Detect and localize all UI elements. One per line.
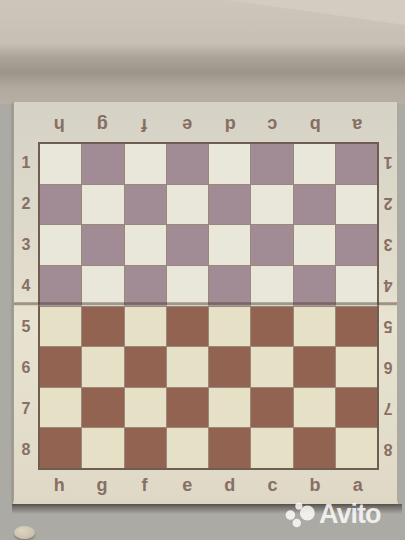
square-c4[interactable] [251, 266, 292, 306]
rank-label-right-3: 3 [379, 224, 397, 265]
square-d5[interactable] [209, 307, 250, 347]
square-b5[interactable] [294, 307, 335, 347]
square-h2[interactable] [40, 185, 81, 225]
square-h6[interactable] [40, 347, 81, 387]
file-label-top-h: h [38, 114, 81, 135]
rank-label-right-4: 4 [379, 265, 397, 306]
rank-label-left-8: 8 [14, 429, 38, 470]
square-c8[interactable] [251, 428, 292, 468]
file-label-bottom-g: g [81, 475, 124, 496]
rank-label-right-6: 6 [379, 347, 397, 388]
square-g1[interactable] [82, 144, 123, 184]
square-a3[interactable] [336, 225, 377, 265]
square-d4[interactable] [209, 266, 250, 306]
square-d8[interactable] [209, 428, 250, 468]
square-c6[interactable] [251, 347, 292, 387]
square-d6[interactable] [209, 347, 250, 387]
file-label-top-d: d [209, 114, 252, 135]
file-label-bottom-a: a [336, 475, 379, 496]
file-label-top-e: e [166, 114, 209, 135]
rank-label-right-5: 5 [379, 306, 397, 347]
square-f8[interactable] [125, 428, 166, 468]
photo-scene: hgfedcba 12345678 12345678 hgfedcba Avit… [0, 0, 405, 540]
file-label-bottom-f: f [123, 475, 166, 496]
file-label-top-f: f [123, 114, 166, 135]
rank-label-right-1: 1 [379, 142, 397, 183]
square-b6[interactable] [294, 347, 335, 387]
square-b8[interactable] [294, 428, 335, 468]
square-c5[interactable] [251, 307, 292, 347]
square-e1[interactable] [167, 144, 208, 184]
square-d3[interactable] [209, 225, 250, 265]
square-f2[interactable] [125, 185, 166, 225]
cardboard-flap [0, 0, 405, 104]
file-label-bottom-c: c [251, 475, 294, 496]
square-f6[interactable] [125, 347, 166, 387]
square-d2[interactable] [209, 185, 250, 225]
square-f5[interactable] [125, 307, 166, 347]
square-e6[interactable] [167, 347, 208, 387]
board-grid [38, 142, 379, 470]
square-g7[interactable] [82, 388, 123, 428]
square-h3[interactable] [40, 225, 81, 265]
rank-label-right-7: 7 [379, 388, 397, 429]
square-g4[interactable] [82, 266, 123, 306]
pebble [14, 526, 35, 539]
square-a2[interactable] [336, 185, 377, 225]
square-g3[interactable] [82, 225, 123, 265]
square-f3[interactable] [125, 225, 166, 265]
square-e3[interactable] [167, 225, 208, 265]
square-h5[interactable] [40, 307, 81, 347]
square-e2[interactable] [167, 185, 208, 225]
file-labels-bottom: hgfedcba [38, 470, 379, 500]
file-labels-top: hgfedcba [38, 109, 379, 139]
square-a5[interactable] [336, 307, 377, 347]
cardboard-box [0, 0, 405, 104]
rank-labels-left: 12345678 [14, 142, 38, 470]
rank-label-left-2: 2 [14, 183, 38, 224]
square-f7[interactable] [125, 388, 166, 428]
square-g2[interactable] [82, 185, 123, 225]
file-label-top-c: c [251, 114, 294, 135]
file-label-top-a: a [336, 114, 379, 135]
square-h4[interactable] [40, 266, 81, 306]
square-a7[interactable] [336, 388, 377, 428]
chess-board: hgfedcba 12345678 12345678 hgfedcba [13, 102, 398, 504]
square-a8[interactable] [336, 428, 377, 468]
board-shadow [12, 504, 402, 514]
square-c2[interactable] [251, 185, 292, 225]
file-label-bottom-d: d [209, 475, 252, 496]
file-label-top-b: b [294, 114, 337, 135]
square-g8[interactable] [82, 428, 123, 468]
square-c3[interactable] [251, 225, 292, 265]
square-g6[interactable] [82, 347, 123, 387]
rank-label-right-8: 8 [379, 429, 397, 470]
rank-label-left-7: 7 [14, 388, 38, 429]
square-e7[interactable] [167, 388, 208, 428]
rank-label-left-6: 6 [14, 347, 38, 388]
file-label-bottom-b: b [294, 475, 337, 496]
square-b1[interactable] [294, 144, 335, 184]
square-a1[interactable] [336, 144, 377, 184]
square-c7[interactable] [251, 388, 292, 428]
square-a6[interactable] [336, 347, 377, 387]
square-d1[interactable] [209, 144, 250, 184]
square-e5[interactable] [167, 307, 208, 347]
square-c1[interactable] [251, 144, 292, 184]
square-h7[interactable] [40, 388, 81, 428]
square-a4[interactable] [336, 266, 377, 306]
square-f1[interactable] [125, 144, 166, 184]
rank-label-left-1: 1 [14, 142, 38, 183]
square-h8[interactable] [40, 428, 81, 468]
square-b7[interactable] [294, 388, 335, 428]
square-b3[interactable] [294, 225, 335, 265]
rank-label-right-2: 2 [379, 183, 397, 224]
rank-label-left-3: 3 [14, 224, 38, 265]
file-label-bottom-h: h [38, 475, 81, 496]
square-e8[interactable] [167, 428, 208, 468]
square-d7[interactable] [209, 388, 250, 428]
rank-label-left-4: 4 [14, 265, 38, 306]
file-label-top-g: g [81, 114, 124, 135]
square-b2[interactable] [294, 185, 335, 225]
square-f4[interactable] [125, 266, 166, 306]
square-e4[interactable] [167, 266, 208, 306]
file-label-bottom-e: e [166, 475, 209, 496]
square-g5[interactable] [82, 307, 123, 347]
rank-label-left-5: 5 [14, 306, 38, 347]
square-h1[interactable] [40, 144, 81, 184]
square-b4[interactable] [294, 266, 335, 306]
rank-labels-right: 12345678 [379, 142, 397, 470]
